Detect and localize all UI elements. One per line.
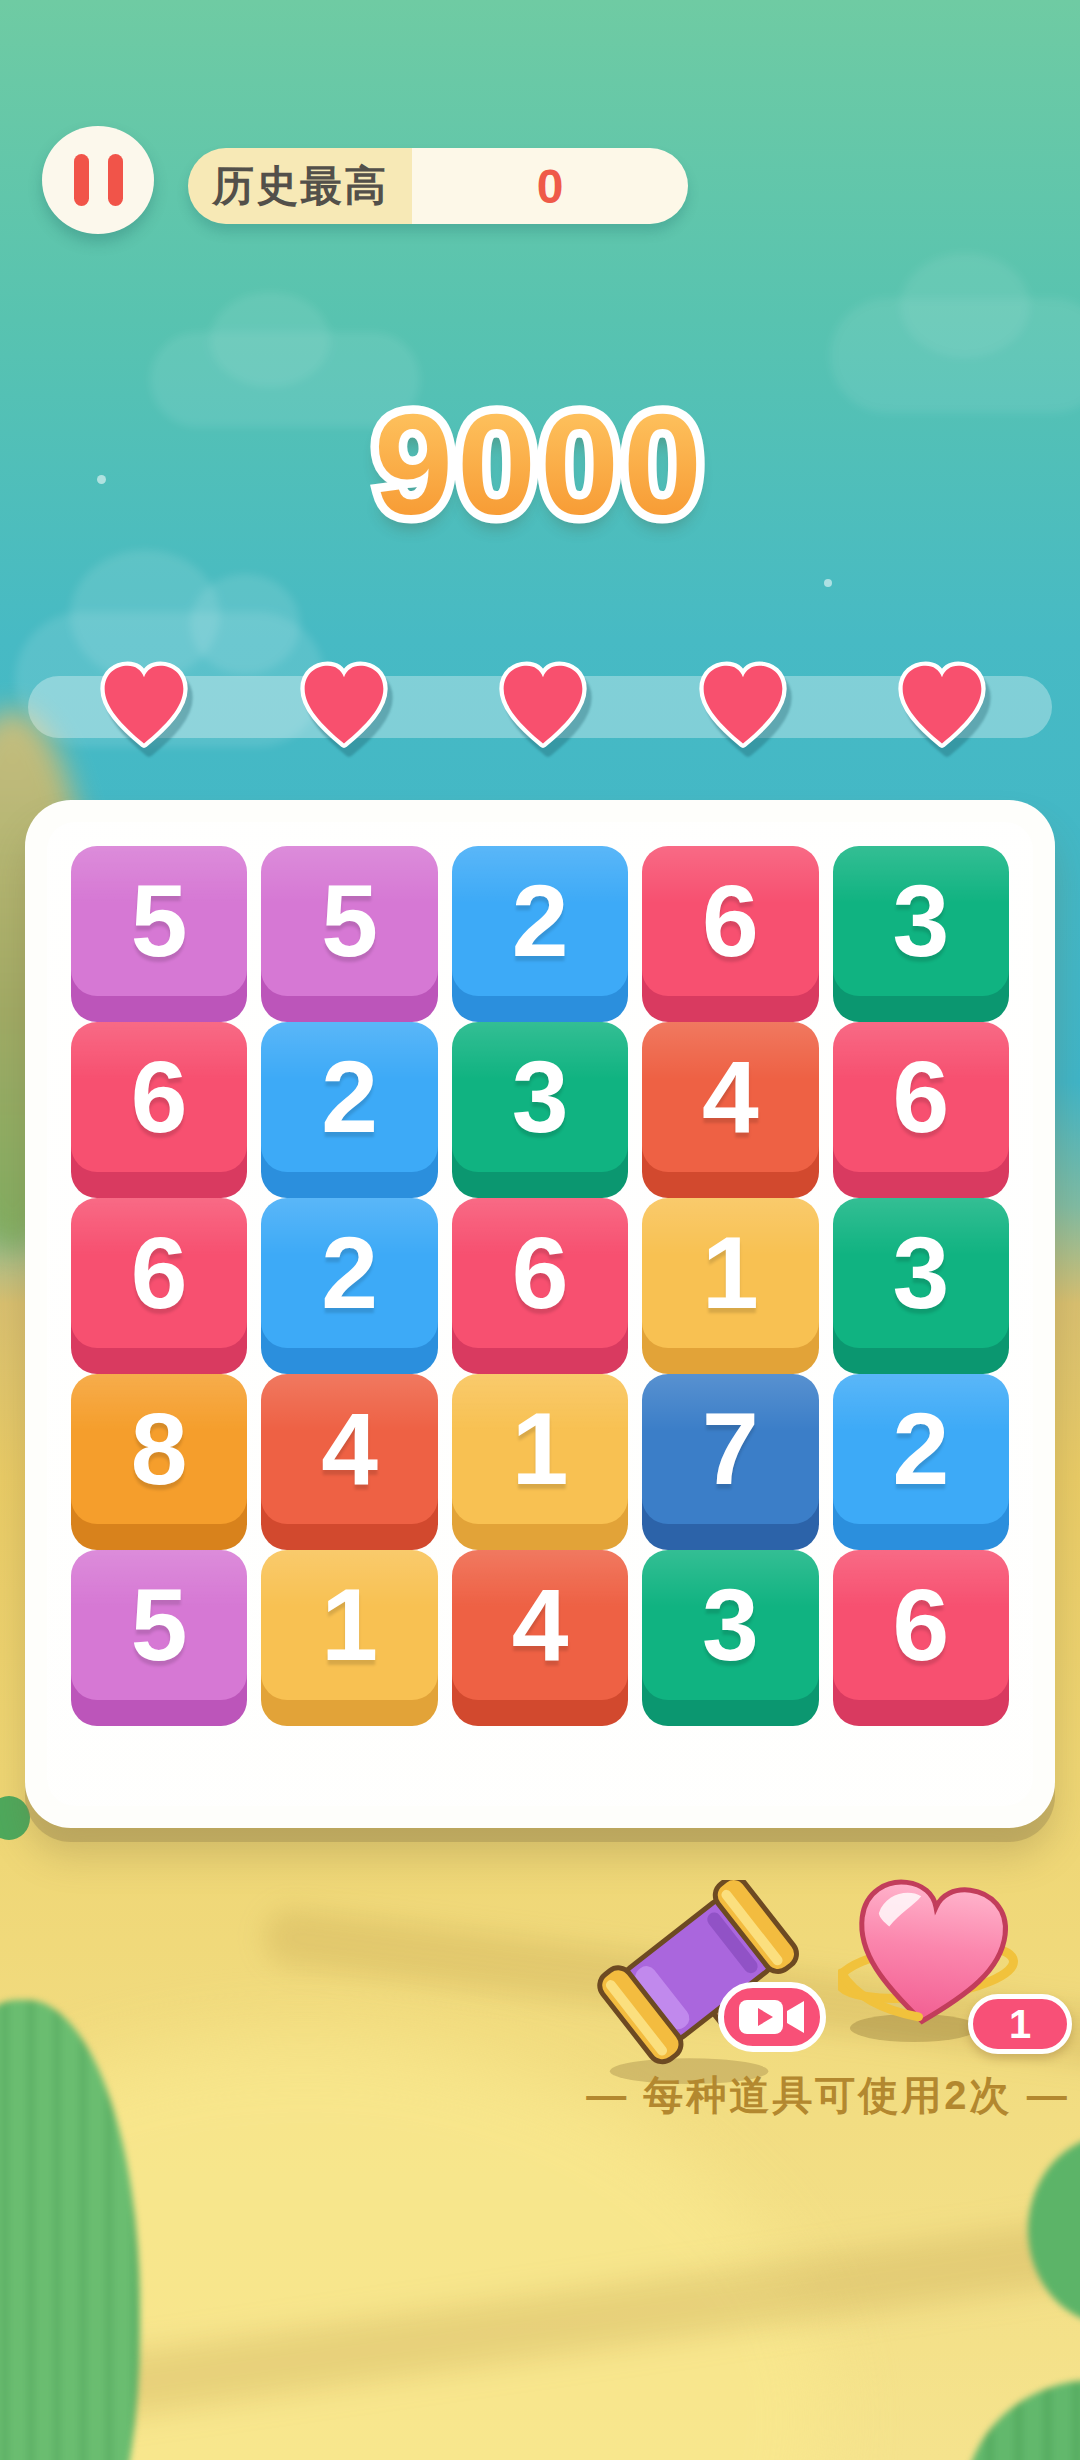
- board: 5526362346626138417251436: [25, 800, 1055, 1828]
- pause-icon: [74, 154, 89, 206]
- tile-number: 6: [892, 1039, 949, 1156]
- tile-number: 1: [512, 1391, 569, 1508]
- tile-number: 8: [131, 1391, 188, 1508]
- tile-number: 2: [512, 863, 569, 980]
- tile-4-coral[interactable]: 4: [452, 1550, 628, 1700]
- board-grid: 5526362346626138417251436: [71, 846, 1009, 1782]
- tile-3-green[interactable]: 3: [833, 1198, 1009, 1348]
- tile-number: 5: [131, 863, 188, 980]
- sparkle-dot: [824, 579, 832, 587]
- tile-1-yellow[interactable]: 1: [261, 1550, 437, 1700]
- powerup-usage-caption: — 每种道具可使用2次 —: [586, 2068, 1069, 2123]
- life-heart-icon: [495, 658, 591, 756]
- bush-sprout: [0, 1796, 30, 1840]
- tile-1-yellow[interactable]: 1: [452, 1374, 628, 1524]
- tile-6-pink[interactable]: 6: [642, 846, 818, 996]
- tile-number: 2: [321, 1039, 378, 1156]
- tile-number: 6: [512, 1215, 569, 1332]
- tile-number: 4: [702, 1039, 759, 1156]
- tile-number: 5: [131, 1567, 188, 1684]
- watch-ad-video-badge[interactable]: [718, 1982, 826, 2052]
- life-heart-icon: [894, 658, 990, 756]
- game-screen: 历史最高 0 9000 9000 55263623466261384172514…: [0, 0, 1080, 2460]
- tile-number: 2: [321, 1215, 378, 1332]
- tile-number: 6: [892, 1567, 949, 1684]
- tile-number: 3: [512, 1039, 569, 1156]
- tile-2-blue[interactable]: 2: [833, 1374, 1009, 1524]
- tile-number: 6: [702, 863, 759, 980]
- bush-right: [1028, 2135, 1080, 2325]
- tile-5-purple[interactable]: 5: [71, 1550, 247, 1700]
- best-score-label: 历史最高: [188, 148, 412, 224]
- tile-number: 3: [892, 863, 949, 980]
- life-heart-icon: [296, 658, 392, 756]
- bush-bottom-right: [965, 2380, 1080, 2460]
- tile-4-coral[interactable]: 4: [261, 1374, 437, 1524]
- score-text: 9000: [0, 390, 1080, 540]
- tile-number: 1: [321, 1567, 378, 1684]
- tile-number: 6: [131, 1215, 188, 1332]
- life-heart-icon: [96, 658, 192, 756]
- tile-number: 7: [702, 1391, 759, 1508]
- tile-2-blue[interactable]: 2: [261, 1198, 437, 1348]
- tile-number: 1: [702, 1215, 759, 1332]
- pause-icon: [108, 154, 123, 206]
- tile-number: 3: [892, 1215, 949, 1332]
- tile-number: 5: [321, 863, 378, 980]
- tile-1-yellow[interactable]: 1: [642, 1198, 818, 1348]
- tile-4-coral[interactable]: 4: [642, 1022, 818, 1172]
- tile-6-pink[interactable]: 6: [71, 1022, 247, 1172]
- tile-number: 4: [512, 1567, 569, 1684]
- tile-6-pink[interactable]: 6: [833, 1550, 1009, 1700]
- best-score-value: 0: [412, 148, 688, 224]
- tile-2-blue[interactable]: 2: [452, 846, 628, 996]
- tile-6-pink[interactable]: 6: [833, 1022, 1009, 1172]
- tile-5-purple[interactable]: 5: [71, 846, 247, 996]
- tile-7-navy[interactable]: 7: [642, 1374, 818, 1524]
- lives-bar: [28, 676, 1052, 738]
- tile-3-green[interactable]: 3: [833, 846, 1009, 996]
- tile-number: 6: [131, 1039, 188, 1156]
- board-panel: 5526362346626138417251436: [47, 822, 1033, 1806]
- tile-number: 2: [892, 1391, 949, 1508]
- tile-6-pink[interactable]: 6: [71, 1198, 247, 1348]
- pause-button[interactable]: [42, 126, 154, 234]
- tile-number: 3: [702, 1567, 759, 1684]
- current-score: 9000 9000: [0, 390, 1080, 550]
- tile-3-green[interactable]: 3: [452, 1022, 628, 1172]
- tile-2-blue[interactable]: 2: [261, 1022, 437, 1172]
- tile-number: 4: [321, 1391, 378, 1508]
- tile-3-green[interactable]: 3: [642, 1550, 818, 1700]
- best-score-pill: 历史最高 0: [188, 148, 688, 224]
- tile-6-pink[interactable]: 6: [452, 1198, 628, 1348]
- tile-8-orange[interactable]: 8: [71, 1374, 247, 1524]
- extra-life-count-badge: 1: [968, 1994, 1072, 2054]
- tile-5-purple[interactable]: 5: [261, 846, 437, 996]
- life-heart-icon: [695, 658, 791, 756]
